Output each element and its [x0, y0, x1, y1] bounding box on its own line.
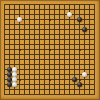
black-stone	[82, 27, 87, 32]
go-board[interactable]	[0, 0, 100, 100]
white-stone	[12, 82, 17, 87]
white-stone	[82, 72, 87, 77]
black-stone	[77, 17, 82, 22]
black-stone	[77, 82, 82, 87]
white-stone	[67, 12, 72, 17]
white-stone	[17, 17, 22, 22]
stones-layer	[2, 2, 97, 97]
black-stone	[72, 77, 77, 82]
